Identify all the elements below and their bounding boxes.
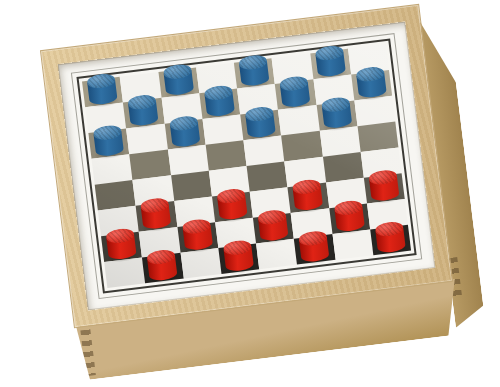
checker-blue-e8[interactable] [238, 54, 269, 87]
checker-red-f1[interactable] [299, 230, 330, 263]
checker-red-h1[interactable] [374, 220, 405, 253]
checker-blue-a8[interactable] [86, 72, 117, 105]
checker-blue-c8[interactable] [162, 63, 193, 96]
checker-red-d3[interactable] [216, 187, 247, 220]
checker-red-f3[interactable] [292, 178, 323, 211]
board-inner-frame-line [76, 39, 416, 294]
product-photo [0, 0, 500, 387]
checker-blue-f7[interactable] [279, 75, 310, 108]
checker-red-e2[interactable] [257, 209, 288, 242]
checker-blue-g8[interactable] [314, 44, 345, 77]
checker-red-d1[interactable] [223, 239, 254, 272]
checker-blue-h7[interactable] [355, 66, 386, 99]
checker-blue-e6[interactable] [245, 105, 276, 138]
board-outer-frame-line [71, 33, 422, 299]
checkers-box-scene [40, 0, 488, 383]
checker-blue-d7[interactable] [204, 84, 235, 117]
checker-blue-b7[interactable] [128, 94, 159, 127]
wooden-box-top [40, 4, 453, 328]
checker-red-c2[interactable] [181, 218, 212, 251]
board-area [82, 44, 411, 288]
checker-red-a2[interactable] [106, 227, 137, 260]
pieces-layer [82, 44, 411, 288]
checker-red-h3[interactable] [368, 169, 399, 202]
checker-blue-a6[interactable] [93, 124, 124, 157]
checker-red-b1[interactable] [147, 248, 178, 281]
checker-blue-g6[interactable] [321, 96, 352, 129]
checker-red-b3[interactable] [140, 197, 171, 230]
box-finger-joints-left [80, 329, 96, 376]
checker-blue-c6[interactable] [169, 115, 200, 148]
board-paper [58, 22, 436, 311]
checker-red-g2[interactable] [333, 199, 364, 232]
